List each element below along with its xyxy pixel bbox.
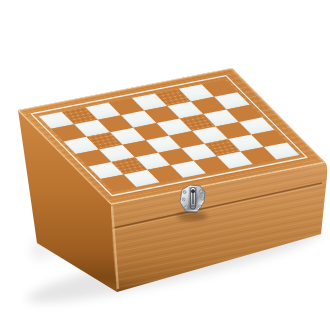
latch-clasp xyxy=(177,183,207,215)
latch-icon xyxy=(177,183,207,215)
product-photo xyxy=(0,0,330,330)
